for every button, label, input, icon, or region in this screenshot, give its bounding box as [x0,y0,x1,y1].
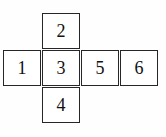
net-cell-bottom: 4 [42,87,80,123]
net-cell-left: 1 [3,50,41,86]
net-cell-top: 2 [42,13,80,49]
net-cell-right: 5 [81,50,119,86]
face-number: 2 [57,22,66,40]
face-number: 6 [135,59,144,77]
cube-net-diagram: 2 1 3 5 6 4 [0,0,166,137]
net-cell-far-right: 6 [120,50,158,86]
face-number: 3 [57,59,66,77]
face-number: 1 [18,59,27,77]
net-cell-center: 3 [42,50,80,86]
cube-net-board: 2 1 3 5 6 4 [3,13,158,123]
face-number: 4 [57,96,66,114]
face-number: 5 [96,59,105,77]
